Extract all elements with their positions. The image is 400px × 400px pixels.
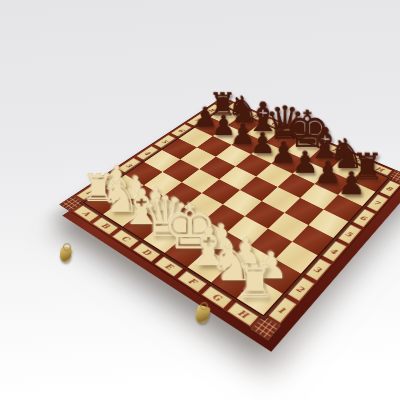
brass-clasp-icon [194, 305, 211, 325]
chess-board: ABCDEFGH ABCDEFGH 87654321 87654321 ♜♞♝♛… [59, 97, 400, 341]
brass-clasp-icon [59, 246, 72, 262]
board-grid: ♜♞♝♛♚♝♞♜♟♟♟♟♟♟♟♟♟♟♟♟♟♟♟♟♜♞♝♛♚♝♞♜ [85, 107, 388, 315]
white-pawn: ♟ [121, 172, 149, 204]
chess-set-photo: ABCDEFGH ABCDEFGH 87654321 87654321 ♜♞♝♛… [0, 0, 400, 400]
board-frame: ABCDEFGH ABCDEFGH 87654321 87654321 ♜♞♝♛… [59, 97, 400, 341]
